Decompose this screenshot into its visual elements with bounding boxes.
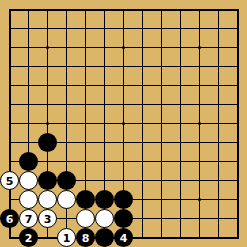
- intersection[interactable]: [76, 114, 95, 133]
- intersection[interactable]: [228, 209, 247, 228]
- intersection[interactable]: [133, 133, 152, 152]
- intersection[interactable]: [190, 19, 209, 38]
- intersection[interactable]: [57, 209, 76, 228]
- intersection[interactable]: [228, 190, 247, 209]
- intersection[interactable]: [19, 114, 38, 133]
- intersection[interactable]: [19, 76, 38, 95]
- intersection[interactable]: [95, 57, 114, 76]
- intersection[interactable]: [114, 57, 133, 76]
- intersection[interactable]: [171, 57, 190, 76]
- intersection[interactable]: [19, 0, 38, 19]
- goban: 56732184: [0, 0, 247, 247]
- intersection[interactable]: [0, 133, 19, 152]
- black-stone: 2: [19, 228, 38, 247]
- white-stone: 3: [38, 209, 57, 228]
- intersection[interactable]: [133, 95, 152, 114]
- intersection[interactable]: [0, 57, 19, 76]
- intersection[interactable]: [152, 228, 171, 247]
- intersection[interactable]: [228, 0, 247, 19]
- intersection[interactable]: [57, 57, 76, 76]
- intersection[interactable]: [76, 171, 95, 190]
- move-number-label: 6: [6, 214, 14, 225]
- intersection[interactable]: [171, 152, 190, 171]
- intersection[interactable]: [0, 76, 19, 95]
- intersection[interactable]: [228, 95, 247, 114]
- intersection[interactable]: [209, 228, 228, 247]
- white-stone: [76, 209, 95, 228]
- intersection[interactable]: [95, 133, 114, 152]
- intersection[interactable]: [0, 38, 19, 57]
- intersection[interactable]: [76, 76, 95, 95]
- white-stone: [19, 171, 38, 190]
- move-number-label: 5: [6, 176, 14, 187]
- intersection[interactable]: [171, 133, 190, 152]
- move-number-label: 7: [25, 214, 33, 225]
- intersection[interactable]: [152, 57, 171, 76]
- intersection[interactable]: [95, 0, 114, 19]
- intersection[interactable]: [114, 76, 133, 95]
- intersection[interactable]: [171, 171, 190, 190]
- intersection[interactable]: [133, 19, 152, 38]
- intersection[interactable]: [114, 133, 133, 152]
- white-stone: [95, 209, 114, 228]
- intersection[interactable]: [228, 152, 247, 171]
- intersection[interactable]: [114, 19, 133, 38]
- intersection[interactable]: [133, 0, 152, 19]
- intersection[interactable]: [0, 228, 19, 247]
- intersection[interactable]: [190, 57, 209, 76]
- black-stone: [114, 190, 133, 209]
- intersection[interactable]: [171, 38, 190, 57]
- white-stone: [38, 190, 57, 209]
- star-point: [198, 198, 201, 201]
- intersection[interactable]: [152, 76, 171, 95]
- intersection[interactable]: [152, 171, 171, 190]
- intersection[interactable]: [19, 57, 38, 76]
- intersection[interactable]: [171, 19, 190, 38]
- star-point: [122, 46, 125, 49]
- intersection[interactable]: [38, 114, 57, 133]
- intersection[interactable]: [57, 38, 76, 57]
- intersection[interactable]: [209, 171, 228, 190]
- intersection[interactable]: [57, 95, 76, 114]
- star-point: [46, 46, 49, 49]
- intersection[interactable]: [38, 38, 57, 57]
- intersection[interactable]: [209, 114, 228, 133]
- intersection[interactable]: [171, 76, 190, 95]
- intersection[interactable]: [57, 114, 76, 133]
- white-stone: 7: [19, 209, 38, 228]
- intersection[interactable]: [152, 0, 171, 19]
- intersection[interactable]: [76, 0, 95, 19]
- intersection[interactable]: [171, 95, 190, 114]
- intersection[interactable]: [133, 209, 152, 228]
- intersection[interactable]: [152, 38, 171, 57]
- intersection[interactable]: [190, 209, 209, 228]
- intersection[interactable]: [38, 19, 57, 38]
- black-stone: [95, 228, 114, 247]
- intersection[interactable]: [95, 171, 114, 190]
- intersection[interactable]: [228, 57, 247, 76]
- intersection[interactable]: [19, 38, 38, 57]
- intersection[interactable]: [19, 19, 38, 38]
- black-stone: [38, 133, 57, 152]
- intersection[interactable]: [76, 133, 95, 152]
- intersection[interactable]: [76, 95, 95, 114]
- intersection[interactable]: [152, 114, 171, 133]
- black-stone: [19, 152, 38, 171]
- intersection[interactable]: [95, 38, 114, 57]
- intersection[interactable]: [0, 114, 19, 133]
- move-number-label: 4: [120, 233, 128, 244]
- intersection[interactable]: [57, 19, 76, 38]
- star-point: [46, 122, 49, 125]
- intersection[interactable]: [95, 76, 114, 95]
- move-number-label: 8: [82, 233, 90, 244]
- intersection[interactable]: [114, 171, 133, 190]
- white-stone: 5: [0, 171, 19, 190]
- star-point: [198, 122, 201, 125]
- intersection[interactable]: [133, 228, 152, 247]
- intersection[interactable]: [133, 171, 152, 190]
- intersection[interactable]: [209, 19, 228, 38]
- intersection[interactable]: [152, 209, 171, 228]
- intersection[interactable]: [152, 190, 171, 209]
- intersection[interactable]: [0, 190, 19, 209]
- intersection[interactable]: [209, 95, 228, 114]
- go-board: 56732184: [0, 0, 247, 247]
- intersection[interactable]: [133, 38, 152, 57]
- move-number-label: 1: [63, 233, 71, 244]
- intersection[interactable]: [171, 0, 190, 19]
- white-stone: [19, 190, 38, 209]
- intersection[interactable]: [228, 133, 247, 152]
- intersection[interactable]: [133, 76, 152, 95]
- intersection[interactable]: [76, 152, 95, 171]
- intersection[interactable]: [228, 171, 247, 190]
- intersection[interactable]: [114, 114, 133, 133]
- intersection[interactable]: [152, 152, 171, 171]
- intersection[interactable]: [95, 152, 114, 171]
- intersection[interactable]: [57, 152, 76, 171]
- intersection[interactable]: [133, 114, 152, 133]
- intersection[interactable]: [209, 76, 228, 95]
- intersection[interactable]: [152, 19, 171, 38]
- black-stone: 8: [76, 228, 95, 247]
- intersection[interactable]: [228, 38, 247, 57]
- intersection[interactable]: [114, 95, 133, 114]
- black-stone: [76, 190, 95, 209]
- intersection[interactable]: [95, 95, 114, 114]
- star-point: [198, 46, 201, 49]
- black-stone: [95, 190, 114, 209]
- intersection[interactable]: [19, 95, 38, 114]
- intersection[interactable]: [57, 0, 76, 19]
- intersection[interactable]: [190, 228, 209, 247]
- intersection[interactable]: [76, 38, 95, 57]
- intersection[interactable]: [19, 133, 38, 152]
- intersection[interactable]: [190, 0, 209, 19]
- intersection[interactable]: [133, 57, 152, 76]
- intersection[interactable]: [209, 57, 228, 76]
- intersection[interactable]: [114, 152, 133, 171]
- intersection[interactable]: [38, 95, 57, 114]
- white-stone: [57, 190, 76, 209]
- intersection[interactable]: [38, 0, 57, 19]
- intersection[interactable]: [190, 114, 209, 133]
- black-stone: [38, 171, 57, 190]
- intersection[interactable]: [0, 95, 19, 114]
- intersection[interactable]: [171, 209, 190, 228]
- intersection[interactable]: [190, 171, 209, 190]
- intersection[interactable]: [38, 152, 57, 171]
- intersection[interactable]: [228, 19, 247, 38]
- intersection[interactable]: [133, 190, 152, 209]
- intersection[interactable]: [190, 133, 209, 152]
- intersection[interactable]: [57, 76, 76, 95]
- intersection[interactable]: [152, 133, 171, 152]
- move-number-label: 2: [25, 233, 33, 244]
- intersection[interactable]: [95, 19, 114, 38]
- intersection[interactable]: [38, 57, 57, 76]
- move-number-label: 3: [44, 214, 52, 225]
- intersection[interactable]: [0, 19, 19, 38]
- intersection[interactable]: [190, 76, 209, 95]
- intersection[interactable]: [209, 190, 228, 209]
- intersection[interactable]: [190, 190, 209, 209]
- intersection[interactable]: [171, 228, 190, 247]
- intersection[interactable]: [133, 152, 152, 171]
- intersection[interactable]: [190, 38, 209, 57]
- intersection[interactable]: [209, 38, 228, 57]
- star-point: [122, 122, 125, 125]
- intersection[interactable]: [228, 76, 247, 95]
- intersection[interactable]: [38, 76, 57, 95]
- intersection[interactable]: [114, 38, 133, 57]
- intersection[interactable]: [0, 0, 19, 19]
- intersection[interactable]: [76, 19, 95, 38]
- black-stone: [114, 209, 133, 228]
- intersection[interactable]: [228, 228, 247, 247]
- intersection[interactable]: [209, 133, 228, 152]
- intersection[interactable]: [171, 190, 190, 209]
- intersection[interactable]: [38, 228, 57, 247]
- intersection[interactable]: [152, 95, 171, 114]
- intersection[interactable]: [76, 57, 95, 76]
- intersection[interactable]: [95, 114, 114, 133]
- intersection[interactable]: [190, 95, 209, 114]
- white-stone: 1: [57, 228, 76, 247]
- intersection[interactable]: [209, 152, 228, 171]
- intersection[interactable]: [171, 114, 190, 133]
- intersection[interactable]: [114, 0, 133, 19]
- black-stone: 4: [114, 228, 133, 247]
- intersection[interactable]: [57, 133, 76, 152]
- intersection[interactable]: [190, 152, 209, 171]
- black-stone: [57, 171, 76, 190]
- intersection[interactable]: [209, 0, 228, 19]
- intersection[interactable]: [209, 209, 228, 228]
- black-stone: 6: [0, 209, 19, 228]
- intersection[interactable]: [228, 114, 247, 133]
- intersection[interactable]: [0, 152, 19, 171]
